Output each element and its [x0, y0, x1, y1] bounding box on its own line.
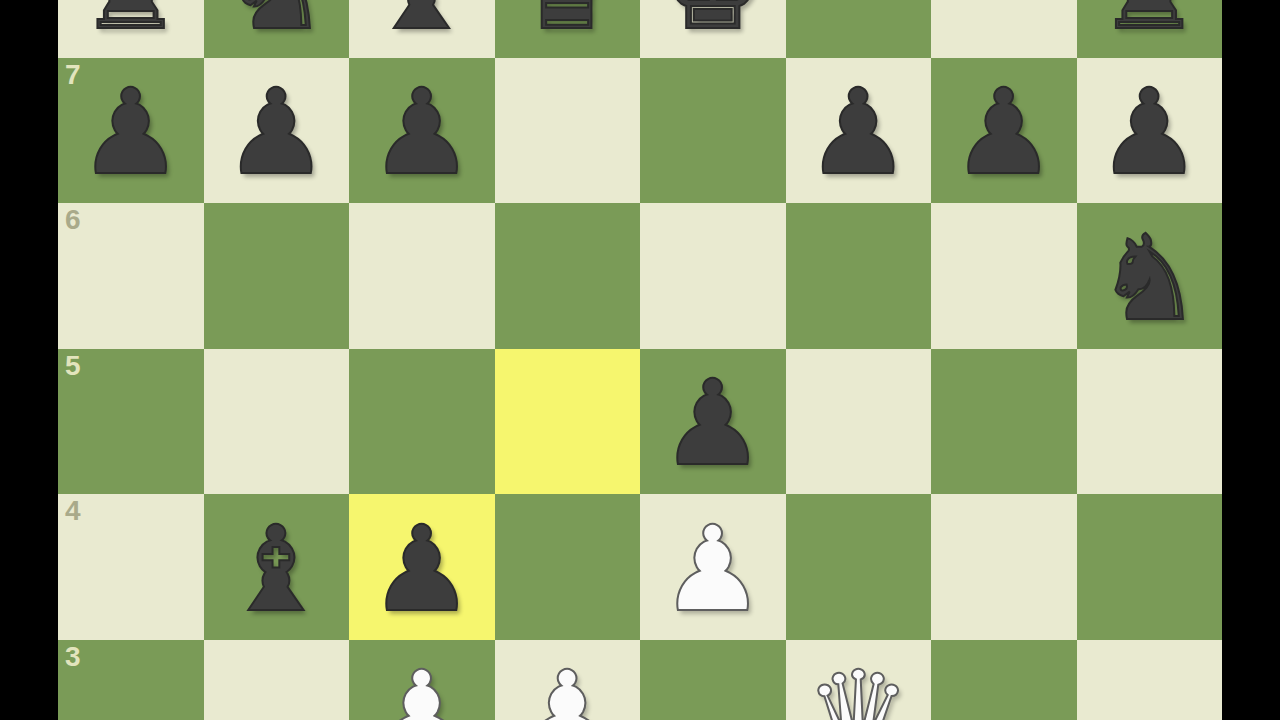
square-c4[interactable]: ♟ [349, 494, 495, 640]
square-h8[interactable]: ♜ [1077, 0, 1223, 58]
square-b4[interactable]: ♝ [204, 494, 350, 640]
square-b8[interactable]: ♞ [204, 0, 350, 58]
square-g4[interactable] [931, 494, 1077, 640]
square-g5[interactable] [931, 349, 1077, 495]
rank-label-6: 6 [65, 206, 81, 234]
square-c8[interactable]: ♝ [349, 0, 495, 58]
screenshot-stage: ♜♞♝♛♚♜7♟♟♟♟♟♟6♞5♟4♝♟♟3♟♟♛ [0, 0, 1280, 720]
rank-label-3: 3 [65, 643, 81, 671]
chess-board: ♜♞♝♛♚♜7♟♟♟♟♟♟6♞5♟4♝♟♟3♟♟♛ [58, 0, 1222, 720]
square-f7[interactable]: ♟ [786, 58, 932, 204]
piece-black-king-e8[interactable]: ♚ [660, 0, 766, 46]
square-e3[interactable] [640, 640, 786, 720]
square-b5[interactable] [204, 349, 350, 495]
square-g7[interactable]: ♟ [931, 58, 1077, 204]
square-f3[interactable]: ♛ [786, 640, 932, 720]
square-h6[interactable]: ♞ [1077, 203, 1223, 349]
piece-black-pawn-g7[interactable]: ♟ [951, 73, 1057, 191]
square-e7[interactable] [640, 58, 786, 204]
square-c6[interactable] [349, 203, 495, 349]
square-d7[interactable] [495, 58, 641, 204]
square-g8[interactable] [931, 0, 1077, 58]
square-a4[interactable]: 4 [58, 494, 204, 640]
piece-white-pawn-e4[interactable]: ♟ [660, 510, 766, 628]
square-e4[interactable]: ♟ [640, 494, 786, 640]
piece-white-queen-f3[interactable]: ♛ [805, 655, 911, 720]
piece-white-pawn-d3[interactable]: ♟ [514, 655, 620, 720]
square-h7[interactable]: ♟ [1077, 58, 1223, 204]
piece-black-knight-b8[interactable]: ♞ [223, 0, 329, 46]
square-b6[interactable] [204, 203, 350, 349]
square-a7[interactable]: 7♟ [58, 58, 204, 204]
square-h3[interactable] [1077, 640, 1223, 720]
piece-black-pawn-e5[interactable]: ♟ [660, 364, 766, 482]
piece-black-queen-d8[interactable]: ♛ [514, 0, 620, 46]
piece-black-pawn-f7[interactable]: ♟ [805, 73, 911, 191]
square-h4[interactable] [1077, 494, 1223, 640]
square-d3[interactable]: ♟ [495, 640, 641, 720]
square-g6[interactable] [931, 203, 1077, 349]
piece-black-knight-h6[interactable]: ♞ [1096, 219, 1202, 337]
square-d4[interactable] [495, 494, 641, 640]
square-f4[interactable] [786, 494, 932, 640]
square-d5[interactable] [495, 349, 641, 495]
square-b7[interactable]: ♟ [204, 58, 350, 204]
square-a5[interactable]: 5 [58, 349, 204, 495]
rank-label-5: 5 [65, 352, 81, 380]
piece-black-pawn-a7[interactable]: ♟ [78, 73, 184, 191]
piece-black-bishop-c8[interactable]: ♝ [369, 0, 475, 46]
square-c3[interactable]: ♟ [349, 640, 495, 720]
square-e8[interactable]: ♚ [640, 0, 786, 58]
square-e5[interactable]: ♟ [640, 349, 786, 495]
square-c5[interactable] [349, 349, 495, 495]
square-f5[interactable] [786, 349, 932, 495]
piece-black-rook-a8[interactable]: ♜ [78, 0, 184, 46]
piece-black-pawn-c7[interactable]: ♟ [369, 73, 475, 191]
square-b3[interactable] [204, 640, 350, 720]
piece-black-rook-h8[interactable]: ♜ [1096, 0, 1202, 46]
square-f8[interactable] [786, 0, 932, 58]
square-c7[interactable]: ♟ [349, 58, 495, 204]
square-e6[interactable] [640, 203, 786, 349]
square-d6[interactable] [495, 203, 641, 349]
piece-black-bishop-b4[interactable]: ♝ [223, 510, 329, 628]
piece-black-pawn-b7[interactable]: ♟ [223, 73, 329, 191]
square-g3[interactable] [931, 640, 1077, 720]
square-f6[interactable] [786, 203, 932, 349]
square-a6[interactable]: 6 [58, 203, 204, 349]
square-h5[interactable] [1077, 349, 1223, 495]
square-a3[interactable]: 3 [58, 640, 204, 720]
piece-black-pawn-h7[interactable]: ♟ [1096, 73, 1202, 191]
rank-label-4: 4 [65, 497, 81, 525]
square-a8[interactable]: ♜ [58, 0, 204, 58]
piece-black-pawn-c4[interactable]: ♟ [369, 510, 475, 628]
piece-white-pawn-c3[interactable]: ♟ [369, 655, 475, 720]
square-d8[interactable]: ♛ [495, 0, 641, 58]
